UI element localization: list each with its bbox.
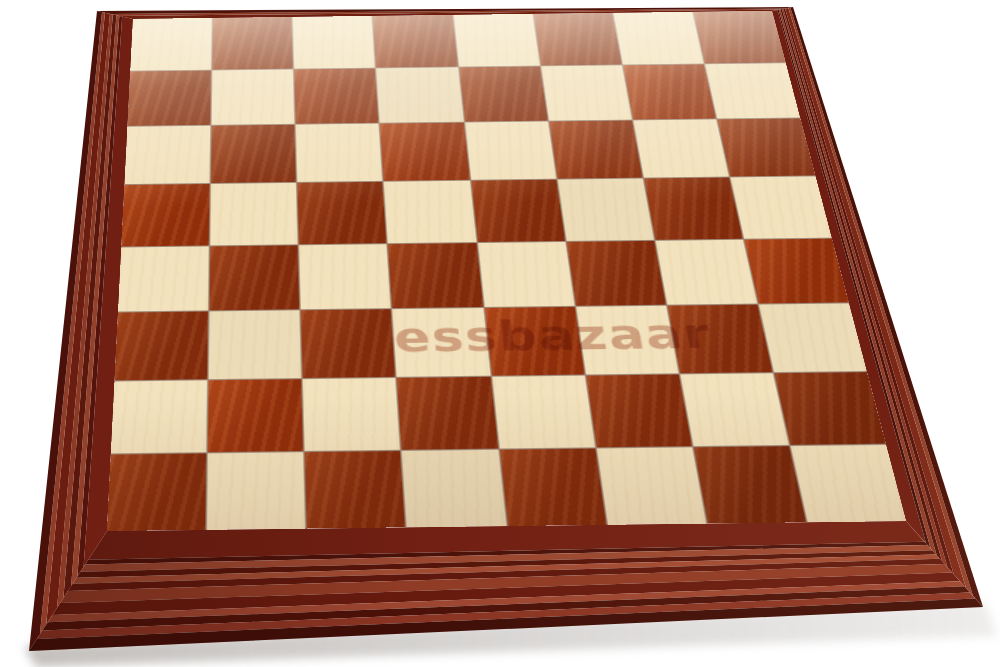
square-d7 [377,68,464,123]
square-e4 [477,241,574,306]
square-c2 [303,378,400,451]
square-e8 [453,14,539,67]
board-plane: essbazaar [107,11,906,531]
square-e1 [499,448,606,526]
square-a6 [125,126,211,184]
square-a3 [115,311,209,380]
square-g5 [644,178,743,240]
square-e5 [471,180,565,242]
square-c3 [301,309,396,378]
square-f8 [533,13,621,66]
square-d6 [380,123,469,181]
square-h4 [744,238,848,303]
product-photo-stage: essbazaar [0,0,1000,667]
square-b2 [208,379,304,452]
square-g6 [633,120,729,178]
square-d2 [397,377,497,450]
square-h2 [774,372,886,445]
square-c7 [295,69,379,124]
square-g7 [623,64,716,119]
square-c5 [298,182,387,244]
chessboard-grid [107,11,906,531]
square-d1 [402,450,506,528]
square-b7 [212,70,295,125]
square-d5 [384,181,476,243]
square-b1 [207,452,306,530]
square-f2 [586,374,692,447]
square-g1 [693,446,806,524]
square-h7 [705,63,800,118]
watermark-text: essbazaar [393,315,715,359]
square-b3 [209,310,302,379]
square-g2 [680,373,789,446]
square-a4 [118,246,209,311]
square-b4 [210,245,300,310]
square-d8 [373,15,457,68]
square-a2 [111,380,207,453]
square-e2 [491,375,594,448]
square-g4 [655,239,757,304]
square-e7 [459,66,548,121]
square-d4 [388,243,482,308]
square-b6 [211,125,296,183]
square-h5 [730,177,831,239]
square-a5 [121,184,209,246]
square-c8 [293,16,375,69]
square-a1 [107,453,206,531]
square-a8 [130,18,211,71]
square-h6 [717,119,815,177]
square-f5 [557,179,653,241]
square-b5 [210,183,298,245]
square-f7 [541,65,632,120]
square-f1 [596,447,706,525]
square-a7 [128,71,212,127]
square-g8 [613,12,703,65]
square-c1 [305,451,406,529]
square-h3 [759,303,867,372]
square-c6 [296,124,383,182]
square-h8 [693,11,785,64]
square-h1 [790,445,906,523]
square-f6 [549,121,642,179]
square-e6 [465,122,556,180]
square-f4 [566,240,665,305]
square-b8 [212,17,293,70]
square-c4 [299,244,391,309]
